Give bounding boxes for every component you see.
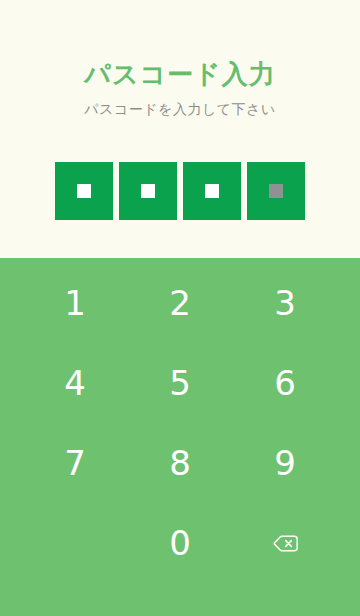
key-backspace[interactable] xyxy=(233,503,338,583)
key-9[interactable]: 9 xyxy=(233,423,338,503)
passcode-dot-4 xyxy=(269,184,283,198)
key-7[interactable]: 7 xyxy=(23,423,128,503)
keypad-empty-cell xyxy=(23,503,128,583)
passcode-dot-3 xyxy=(205,184,219,198)
passcode-slot-3 xyxy=(183,162,241,220)
passcode-screen: パスコード入力 パスコードを入力して下さい 1 2 3 4 5 6 7 xyxy=(0,0,360,616)
backspace-icon xyxy=(273,535,298,552)
page-subtitle: パスコードを入力して下さい xyxy=(0,101,360,119)
key-0[interactable]: 0 xyxy=(128,503,233,583)
key-3[interactable]: 3 xyxy=(233,263,338,343)
key-6[interactable]: 6 xyxy=(233,343,338,423)
passcode-slot-2 xyxy=(119,162,177,220)
key-2[interactable]: 2 xyxy=(128,263,233,343)
passcode-dot-2 xyxy=(141,184,155,198)
numeric-keypad: 1 2 3 4 5 6 7 8 9 0 xyxy=(0,258,360,583)
key-1[interactable]: 1 xyxy=(23,263,128,343)
keypad-section: 1 2 3 4 5 6 7 8 9 0 xyxy=(0,258,360,616)
passcode-slot-1 xyxy=(55,162,113,220)
key-5[interactable]: 5 xyxy=(128,343,233,423)
header-section: パスコード入力 パスコードを入力して下さい xyxy=(0,0,360,258)
key-4[interactable]: 4 xyxy=(23,343,128,423)
passcode-indicator xyxy=(0,162,360,220)
passcode-dot-1 xyxy=(77,184,91,198)
passcode-slot-4 xyxy=(247,162,305,220)
page-title: パスコード入力 xyxy=(0,0,360,89)
key-8[interactable]: 8 xyxy=(128,423,233,503)
